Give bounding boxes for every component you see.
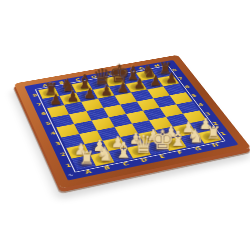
black-pawn-e7[interactable]: ♟ xyxy=(114,80,131,94)
square-a7[interactable]: ♟ xyxy=(43,96,65,108)
square-h4[interactable] xyxy=(176,101,199,113)
white-rook-h1[interactable]: ♜ xyxy=(204,125,223,142)
playing-field: ♜♞♝♛♚♝♞♜♟♟♟♟♟♟♟♟♟♟♟♟♟♟♟♟♜♞♝♛♚♝♞♜ xyxy=(38,67,221,170)
black-pawn-f7[interactable]: ♟ xyxy=(131,77,148,91)
chess-board: ∿ AABBCCDDEEFFGGHH8877665544332211 ♜♞♝♛♚… xyxy=(14,55,250,189)
white-knight-g1[interactable]: ♞ xyxy=(186,126,205,145)
coordinate-border: ∿ AABBCCDDEEFFGGHH8877665544332211 ♜♞♝♛♚… xyxy=(24,60,238,181)
black-pawn-a7[interactable]: ♟ xyxy=(47,92,65,106)
product-photo-scene: ∿ AABBCCDDEEFFGGHH8877665544332211 ♜♞♝♛♚… xyxy=(0,0,250,250)
perspective-container: ∿ AABBCCDDEEFFGGHH8877665544332211 ♜♞♝♛♚… xyxy=(0,0,250,250)
white-queen-d1[interactable]: ♛ xyxy=(132,132,151,157)
black-pawn-g7[interactable]: ♟ xyxy=(147,74,164,88)
maker-logo: ∿ xyxy=(67,172,73,177)
white-rook-a1[interactable]: ♜ xyxy=(77,150,97,168)
black-pawn-b7[interactable]: ♟ xyxy=(64,89,82,103)
wooden-frame: ∿ AABBCCDDEEFFGGHH8877665544332211 ♜♞♝♛♚… xyxy=(14,55,250,189)
black-pawn-d7[interactable]: ♟ xyxy=(98,83,115,97)
white-bishop-c1[interactable]: ♝ xyxy=(114,139,133,161)
black-pawn-h7[interactable]: ♟ xyxy=(163,71,180,85)
white-knight-b1[interactable]: ♞ xyxy=(96,145,116,165)
square-a1[interactable]: ♜ xyxy=(72,155,96,170)
black-pawn-c7[interactable]: ♟ xyxy=(81,86,99,100)
